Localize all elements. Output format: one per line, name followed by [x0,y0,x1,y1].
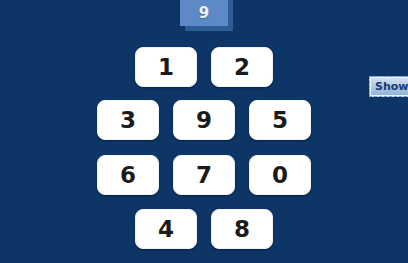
number-tile[interactable]: 9 [173,100,235,140]
tile-row-1: 1 2 [0,47,408,87]
number-tile[interactable]: 2 [211,47,273,87]
number-tile[interactable]: 5 [249,100,311,140]
tile-row-2: 3 9 5 [0,100,408,140]
number-tile[interactable]: 0 [249,155,311,195]
show-button[interactable]: Show [369,76,408,97]
number-tile[interactable]: 3 [97,100,159,140]
target-number-tile: 9 [180,0,228,26]
number-tile[interactable]: 1 [135,47,197,87]
tile-row-3: 6 7 0 [0,155,408,195]
tile-row-4: 4 8 [0,209,408,249]
game-board: 9 1 2 3 9 5 6 7 0 4 8 Show [0,0,408,263]
number-tile[interactable]: 7 [173,155,235,195]
number-tile[interactable]: 4 [135,209,197,249]
number-tile[interactable]: 6 [97,155,159,195]
number-tile[interactable]: 8 [211,209,273,249]
